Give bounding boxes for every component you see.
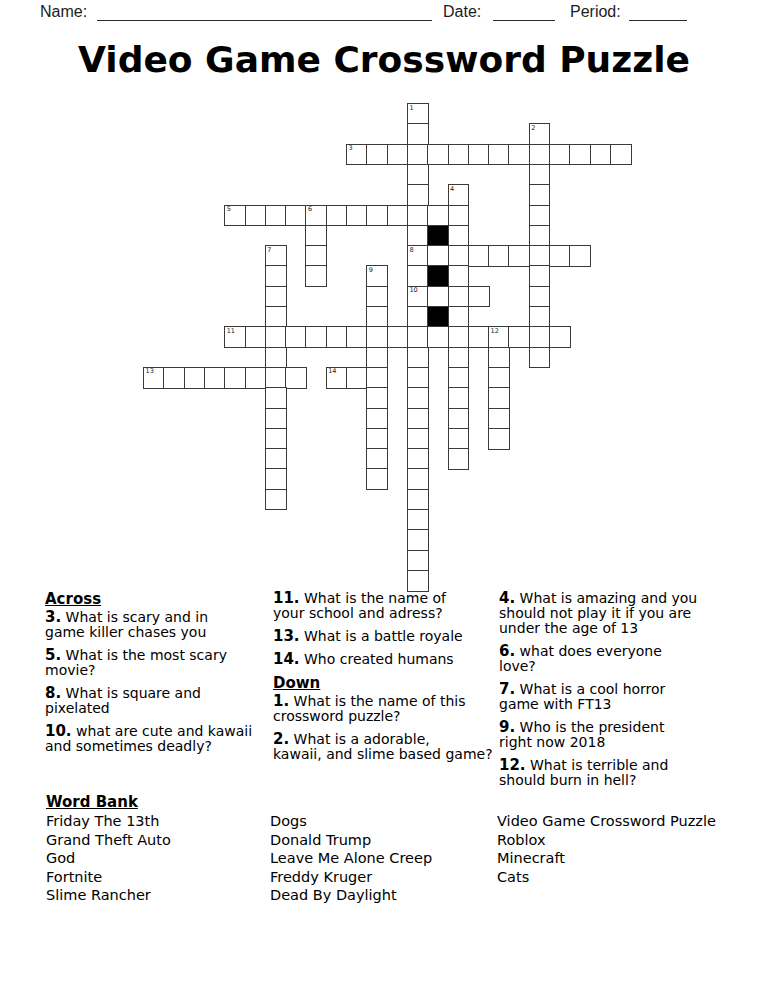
grid-cell[interactable] [224,367,246,389]
grid-cell[interactable]: 2 [529,123,551,145]
clue-text: what does everyone love? [499,643,662,674]
clue-column-right: 4. What is amazing and you should not pl… [499,591,761,796]
clue-column-left: Across3. What is scary and in game kille… [45,591,273,762]
clue-text: What is the name of your school and adre… [273,590,446,621]
grid-cell[interactable] [427,144,449,166]
grid-cell[interactable] [549,245,571,267]
grid-cell[interactable] [407,306,429,328]
clue-item: 11. What is the name of your school and … [273,591,497,621]
grid-cell[interactable] [427,205,449,227]
grid-cell[interactable] [529,306,551,328]
grid-cell[interactable] [448,286,470,308]
cell-number: 14 [328,368,336,375]
cell-number: 7 [267,247,271,254]
word-bank-item: Minecraft [497,849,716,868]
clue-text: What is a battle royale [300,628,463,644]
grid-cell[interactable] [245,205,267,227]
grid-cell[interactable] [448,205,470,227]
date-blank-line [493,20,555,21]
grid-cell[interactable] [366,428,388,450]
grid-cell[interactable] [326,326,348,348]
grid-cell[interactable]: 12 [488,326,510,348]
grid-cell[interactable] [549,144,571,166]
clue-item: 12. What is terrible and should burn in … [499,758,761,788]
grid-cell[interactable] [407,205,429,227]
cell-number: 10 [409,287,417,294]
grid-cell[interactable] [569,245,591,267]
clue-text: What is amazing and you should not play … [499,590,697,636]
grid-cell[interactable] [488,408,510,430]
grid-cell[interactable] [488,245,510,267]
grid-cell[interactable] [366,306,388,328]
grid-cell[interactable] [448,387,470,409]
name-blank-line [97,20,432,21]
grid-cell[interactable] [305,326,327,348]
grid-cell[interactable] [387,144,409,166]
word-bank-item: Slime Rancher [46,886,171,905]
grid-cell[interactable] [265,468,287,490]
cell-number: 13 [146,368,154,375]
worksheet-page: Name: Date: Period: Video Game Crossword… [0,0,768,994]
clue-item: 4. What is amazing and you should not pl… [499,591,761,636]
clue-column-middle: 11. What is the name of your school and … [273,591,497,770]
grid-cell[interactable] [163,367,185,389]
clue-text: What is square and pixelated [45,685,201,716]
clue-item: 7. What is a cool horror game with FT13 [499,682,761,712]
word-bank-item: Freddy Kruger [270,868,432,887]
clue-item: 13. What is a battle royale [273,629,497,644]
grid-cell[interactable] [407,265,429,287]
grid-cell[interactable] [407,347,429,369]
clue-text: what are cute and kawaii and sometimes d… [45,723,252,754]
grid-cell[interactable] [468,245,490,267]
word-bank-column-1: Friday The 13thGrand Theft AutoGodFortni… [46,812,171,905]
page-title: Video Game Crossword Puzzle [0,40,768,80]
grid-cell[interactable] [448,428,470,450]
cell-number: 12 [491,328,499,335]
cell-number: 3 [349,145,353,152]
grid-cell[interactable] [488,428,510,450]
grid-cell[interactable] [265,286,287,308]
grid-cell[interactable]: 3 [346,144,368,166]
grid-cell[interactable] [508,144,530,166]
word-bank-item: Friday The 13th [46,812,171,831]
word-bank-item: Leave Me Alone Creep [270,849,432,868]
grid-cell[interactable] [448,265,470,287]
grid-cell[interactable] [366,387,388,409]
grid-cell[interactable] [448,245,470,267]
clue-item: 9. Who is the president right now 2018 [499,720,761,750]
grid-cell[interactable] [529,184,551,206]
grid-cell[interactable] [468,144,490,166]
word-bank-item: Dead By Daylight [270,886,432,905]
grid-cell[interactable] [448,144,470,166]
grid-cell[interactable] [245,326,267,348]
word-bank-item: Roblox [497,831,716,850]
grid-cell[interactable]: 1 [407,103,429,125]
clue-text: Who created humans [300,651,454,667]
clue-item: 14. Who created humans [273,652,497,667]
grid-cell[interactable] [265,265,287,287]
grid-cell[interactable] [468,286,490,308]
clue-item: 1. What is the name of this crossword pu… [273,694,497,724]
grid-cell[interactable] [265,347,287,369]
clue-number: 14. [273,650,300,668]
grid-cell[interactable] [427,286,449,308]
cell-number: 11 [227,328,235,335]
period-blank-line [629,20,687,21]
grid-cell[interactable] [488,367,510,389]
clue-item: 10. what are cute and kawaii and sometim… [45,724,273,754]
grid-cell[interactable] [407,367,429,389]
grid-cell[interactable]: 6 [305,205,327,227]
grid-cell[interactable] [265,428,287,450]
grid-cell[interactable] [488,347,510,369]
grid-cell[interactable] [488,387,510,409]
grid-cell[interactable] [366,205,388,227]
grid-cell[interactable] [468,326,490,348]
grid-cell[interactable] [346,367,368,389]
cell-number: 2 [531,125,535,132]
grid-cell[interactable] [265,367,287,389]
grid-cell[interactable] [265,326,287,348]
grid-cell[interactable] [407,326,429,348]
black-cell [427,265,449,287]
grid-cell[interactable] [265,448,287,470]
grid-cell[interactable] [407,225,429,247]
grid-cell[interactable] [265,387,287,409]
grid-cell[interactable]: 14 [326,367,348,389]
grid-cell[interactable] [407,123,429,145]
word-bank-item: Dogs [270,812,432,831]
grid-cell[interactable] [265,408,287,430]
grid-cell[interactable] [529,225,551,247]
grid-cell[interactable] [184,367,206,389]
grid-cell[interactable] [508,326,530,348]
grid-cell[interactable] [448,306,470,328]
grid-cell[interactable] [529,265,551,287]
grid-cell[interactable] [305,225,327,247]
grid-cell[interactable] [387,326,409,348]
grid-cell[interactable] [265,205,287,227]
grid-cell[interactable] [326,205,348,227]
grid-cell[interactable] [285,205,307,227]
grid-cell[interactable] [448,347,470,369]
word-bank-item: Cats [497,868,716,887]
clue-text: What is scary and in game killer chases … [45,609,208,640]
word-bank-item: Donald Trump [270,831,432,850]
clue-number: 13. [273,627,300,645]
grid-cell[interactable] [346,326,368,348]
grid-cell[interactable]: 9 [366,265,388,287]
grid-cell[interactable] [245,367,267,389]
name-label: Name: [40,3,87,21]
grid-cell[interactable] [590,144,612,166]
grid-cell[interactable] [285,326,307,348]
grid-cell[interactable] [407,529,429,551]
grid-cell[interactable] [529,326,551,348]
crossword-grid: 1234567891011121314 [143,103,632,592]
grid-cell[interactable] [407,164,429,186]
grid-cell[interactable]: 7 [265,245,287,267]
clue-text: What is the name of this crossword puzzl… [273,693,466,724]
word-bank-column-3: Video Game Crossword PuzzleRobloxMinecra… [497,812,716,886]
grid-cell[interactable] [366,408,388,430]
grid-cell[interactable] [387,205,409,227]
grid-cell[interactable] [407,408,429,430]
grid-cell[interactable] [448,225,470,247]
grid-cell[interactable] [549,326,571,348]
grid-cell[interactable] [407,428,429,450]
cell-number: 6 [308,206,312,213]
grid-cell[interactable]: 5 [224,205,246,227]
grid-cell[interactable] [265,306,287,328]
down-heading: Down [273,675,497,691]
grid-cell[interactable] [508,245,530,267]
period-label: Period: [570,3,621,21]
clue-item: 5. What is the most scary movie? [45,648,273,678]
grid-cell[interactable] [488,144,510,166]
clue-text: Who is the president right now 2018 [499,719,664,750]
grid-cell[interactable] [366,326,388,348]
grid-cell[interactable] [448,326,470,348]
cell-number: 5 [227,206,231,213]
grid-cell[interactable] [448,367,470,389]
grid-cell[interactable] [407,387,429,409]
across-heading: Across [45,591,273,607]
grid-cell[interactable] [427,326,449,348]
word-bank-item: Grand Theft Auto [46,831,171,850]
word-bank-item: God [46,849,171,868]
grid-cell[interactable]: 13 [143,367,165,389]
grid-cell[interactable] [407,489,429,511]
grid-cell[interactable] [346,205,368,227]
grid-cell[interactable] [366,347,388,369]
clue-text: What is a cool horror game with FT13 [499,681,665,712]
cell-number: 9 [369,267,373,274]
grid-cell[interactable] [529,205,551,227]
date-label: Date: [443,3,481,21]
word-bank-column-2: DogsDonald TrumpLeave Me Alone CreepFred… [270,812,432,905]
grid-cell[interactable] [285,367,307,389]
grid-cell[interactable] [529,144,551,166]
grid-cell[interactable] [610,144,632,166]
grid-cell[interactable] [529,347,551,369]
clue-text: What is a adorable, kawaii, and slime ba… [273,731,493,762]
grid-cell[interactable] [366,448,388,470]
word-bank-item: Video Game Crossword Puzzle [497,812,716,831]
grid-cell[interactable] [407,448,429,470]
clue-text: What is the most scary movie? [45,647,227,678]
grid-cell[interactable]: 8 [407,245,429,267]
grid-cell[interactable] [305,265,327,287]
grid-cell[interactable] [407,184,429,206]
grid-cell[interactable] [366,367,388,389]
grid-cell[interactable] [265,489,287,511]
word-bank-heading: Word Bank [46,793,138,811]
grid-cell[interactable]: 10 [407,286,429,308]
grid-cell[interactable] [569,144,591,166]
cell-number: 4 [450,186,454,193]
grid-cell[interactable]: 11 [224,326,246,348]
grid-cell[interactable] [366,286,388,308]
black-cell [427,306,449,328]
clue-item: 2. What is a adorable, kawaii, and slime… [273,732,497,762]
cell-number: 8 [409,247,413,254]
grid-cell[interactable] [448,448,470,470]
grid-cell[interactable] [204,367,226,389]
clue-item: 6. what does everyone love? [499,644,761,674]
grid-cell[interactable] [407,550,429,572]
black-cell [427,225,449,247]
grid-cell[interactable] [407,468,429,490]
grid-cell[interactable] [529,245,551,267]
clue-item: 8. What is square and pixelated [45,686,273,716]
cell-number: 1 [409,105,413,112]
grid-cell[interactable]: 4 [448,184,470,206]
grid-cell[interactable] [407,509,429,531]
grid-cell[interactable] [407,144,429,166]
grid-cell[interactable] [407,570,429,592]
grid-cell[interactable] [366,144,388,166]
grid-cell[interactable] [427,245,449,267]
grid-cell[interactable] [448,408,470,430]
grid-cell[interactable] [529,286,551,308]
grid-cell[interactable] [529,164,551,186]
grid-cell[interactable] [305,245,327,267]
word-bank-item: Fortnite [46,868,171,887]
clue-item: 3. What is scary and in game killer chas… [45,610,273,640]
grid-cell[interactable] [366,468,388,490]
